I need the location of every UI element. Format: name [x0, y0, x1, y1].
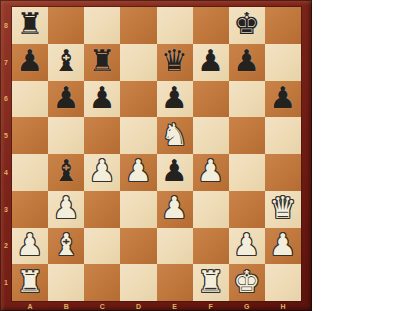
square-b2[interactable]: ♝ [48, 228, 84, 265]
file-label-b: B [48, 301, 84, 311]
rank-label-8: 8 [0, 7, 12, 44]
square-d3[interactable] [120, 191, 156, 228]
square-e8[interactable] [157, 7, 193, 44]
square-c4[interactable]: ♟ [84, 154, 120, 191]
black-pawn[interactable]: ♟ [161, 156, 188, 186]
black-rook[interactable]: ♜ [17, 9, 44, 39]
file-label-g: G [229, 301, 265, 311]
square-a8[interactable]: ♜ [12, 7, 48, 44]
white-pawn[interactable]: ♟ [89, 156, 116, 186]
square-c8[interactable] [84, 7, 120, 44]
square-g8[interactable]: ♚ [229, 7, 265, 44]
square-f2[interactable] [193, 228, 229, 265]
file-label-e: E [157, 301, 193, 311]
square-f6[interactable] [193, 81, 229, 118]
file-label-c: C [84, 301, 120, 311]
square-g4[interactable] [229, 154, 265, 191]
rank-label-3: 3 [0, 191, 12, 228]
square-c2[interactable] [84, 228, 120, 265]
file-label-h: H [265, 301, 301, 311]
white-rook[interactable]: ♜ [17, 267, 44, 297]
square-h3[interactable]: ♛ [265, 191, 301, 228]
white-pawn[interactable]: ♟ [233, 230, 260, 260]
square-d8[interactable] [120, 7, 156, 44]
square-a3[interactable] [12, 191, 48, 228]
white-pawn[interactable]: ♟ [197, 156, 224, 186]
file-label-d: D [120, 301, 156, 311]
white-pawn[interactable]: ♟ [125, 156, 152, 186]
square-g2[interactable]: ♟ [229, 228, 265, 265]
rank-label-5: 5 [0, 117, 12, 154]
square-a4[interactable] [12, 154, 48, 191]
square-h1[interactable] [265, 264, 301, 301]
square-c3[interactable] [84, 191, 120, 228]
square-g1[interactable]: ♚ [229, 264, 265, 301]
square-a5[interactable] [12, 117, 48, 154]
black-pawn[interactable]: ♟ [89, 83, 116, 113]
square-g5[interactable] [229, 117, 265, 154]
black-queen[interactable]: ♛ [161, 46, 188, 76]
square-f1[interactable]: ♜ [193, 264, 229, 301]
square-h2[interactable]: ♟ [265, 228, 301, 265]
square-a6[interactable] [12, 81, 48, 118]
square-b7[interactable]: ♝ [48, 44, 84, 81]
file-labels: ABCDEFGH [12, 301, 301, 311]
square-c1[interactable] [84, 264, 120, 301]
black-king[interactable]: ♚ [233, 9, 260, 39]
white-knight[interactable]: ♞ [161, 120, 188, 150]
square-a2[interactable]: ♟ [12, 228, 48, 265]
rank-label-7: 7 [0, 44, 12, 81]
square-b4[interactable]: ♝ [48, 154, 84, 191]
black-rook[interactable]: ♜ [89, 46, 116, 76]
square-e4[interactable]: ♟ [157, 154, 193, 191]
square-a1[interactable]: ♜ [12, 264, 48, 301]
white-rook[interactable]: ♜ [197, 267, 224, 297]
black-pawn[interactable]: ♟ [233, 46, 260, 76]
white-king[interactable]: ♚ [233, 267, 260, 297]
black-pawn[interactable]: ♟ [17, 46, 44, 76]
black-pawn[interactable]: ♟ [161, 83, 188, 113]
square-e6[interactable]: ♟ [157, 81, 193, 118]
white-queen[interactable]: ♛ [269, 193, 296, 223]
black-pawn[interactable]: ♟ [197, 46, 224, 76]
white-pawn[interactable]: ♟ [269, 230, 296, 260]
square-d5[interactable] [120, 117, 156, 154]
square-h6[interactable]: ♟ [265, 81, 301, 118]
page: 87654321 ♜♚♟♝♜♛♟♟♟♟♟♟♞♝♟♟♟♟♟♟♛♟♝♟♟♜♜♚ AB… [0, 0, 414, 311]
white-pawn[interactable]: ♟ [53, 193, 80, 223]
square-d1[interactable] [120, 264, 156, 301]
square-h5[interactable] [265, 117, 301, 154]
square-b1[interactable] [48, 264, 84, 301]
square-b3[interactable]: ♟ [48, 191, 84, 228]
black-pawn[interactable]: ♟ [269, 83, 296, 113]
square-f3[interactable] [193, 191, 229, 228]
rank-label-4: 4 [0, 154, 12, 191]
square-e2[interactable] [157, 228, 193, 265]
black-bishop[interactable]: ♝ [53, 156, 80, 186]
black-bishop[interactable]: ♝ [53, 46, 80, 76]
square-d2[interactable] [120, 228, 156, 265]
square-c5[interactable] [84, 117, 120, 154]
file-label-f: F [193, 301, 229, 311]
square-d4[interactable]: ♟ [120, 154, 156, 191]
square-e5[interactable]: ♞ [157, 117, 193, 154]
square-d7[interactable] [120, 44, 156, 81]
square-a7[interactable]: ♟ [12, 44, 48, 81]
square-f5[interactable] [193, 117, 229, 154]
square-f4[interactable]: ♟ [193, 154, 229, 191]
white-pawn[interactable]: ♟ [17, 230, 44, 260]
black-pawn[interactable]: ♟ [53, 83, 80, 113]
square-h7[interactable] [265, 44, 301, 81]
rank-labels: 87654321 [0, 7, 12, 301]
square-e7[interactable]: ♛ [157, 44, 193, 81]
square-b5[interactable] [48, 117, 84, 154]
square-h4[interactable] [265, 154, 301, 191]
square-c6[interactable]: ♟ [84, 81, 120, 118]
rank-label-2: 2 [0, 228, 12, 265]
square-b6[interactable]: ♟ [48, 81, 84, 118]
chess-board-frame: 87654321 ♜♚♟♝♜♛♟♟♟♟♟♟♞♝♟♟♟♟♟♟♛♟♝♟♟♜♜♚ AB… [0, 0, 312, 311]
white-pawn[interactable]: ♟ [161, 193, 188, 223]
square-f8[interactable] [193, 7, 229, 44]
square-g6[interactable] [229, 81, 265, 118]
square-f7[interactable]: ♟ [193, 44, 229, 81]
square-c7[interactable]: ♜ [84, 44, 120, 81]
square-d6[interactable] [120, 81, 156, 118]
square-e1[interactable] [157, 264, 193, 301]
white-bishop[interactable]: ♝ [53, 230, 80, 260]
square-b8[interactable] [48, 7, 84, 44]
rank-label-6: 6 [0, 81, 12, 118]
rank-label-1: 1 [0, 264, 12, 301]
square-g3[interactable] [229, 191, 265, 228]
chess-board: ♜♚♟♝♜♛♟♟♟♟♟♟♞♝♟♟♟♟♟♟♛♟♝♟♟♜♜♚ [12, 7, 301, 301]
square-g7[interactable]: ♟ [229, 44, 265, 81]
square-e3[interactable]: ♟ [157, 191, 193, 228]
square-h8[interactable] [265, 7, 301, 44]
file-label-a: A [12, 301, 48, 311]
